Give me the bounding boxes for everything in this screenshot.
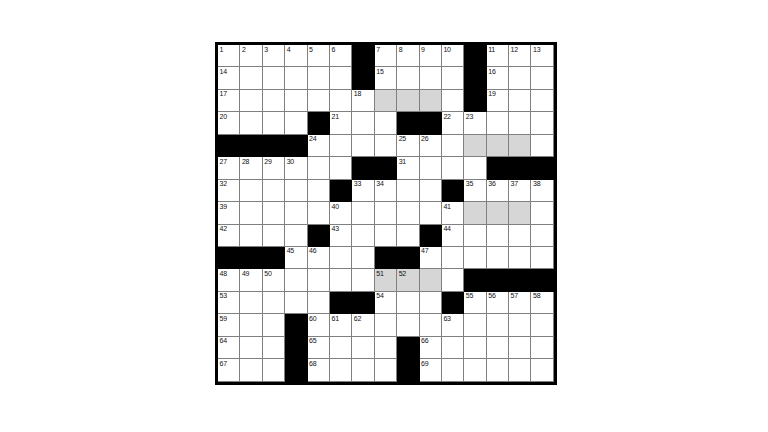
cell-r14c7[interactable] bbox=[352, 337, 374, 359]
cell-r9c12[interactable] bbox=[464, 225, 486, 247]
cell-r8c8[interactable] bbox=[375, 202, 397, 224]
cell-r13c3[interactable] bbox=[263, 314, 285, 336]
clue-number-51: 51 bbox=[376, 270, 383, 278]
cell-r7c5[interactable] bbox=[308, 180, 330, 202]
cell-r9c11[interactable]: 44 bbox=[442, 225, 464, 247]
cell-r13c5[interactable]: 60 bbox=[308, 314, 330, 336]
cell-r3c4[interactable] bbox=[285, 90, 307, 112]
block-r9c5 bbox=[308, 225, 330, 247]
clue-number-55: 55 bbox=[466, 292, 473, 300]
cell-r14c13[interactable] bbox=[487, 337, 509, 359]
cell-r8c1[interactable]: 39 bbox=[218, 202, 240, 224]
block-r6c14 bbox=[509, 157, 531, 179]
cell-r7c4[interactable] bbox=[285, 180, 307, 202]
cell-r7c9[interactable] bbox=[397, 180, 419, 202]
cell-r4c4[interactable] bbox=[285, 112, 307, 134]
cell-r12c12[interactable]: 55 bbox=[464, 292, 486, 314]
block-r10c9 bbox=[397, 247, 419, 269]
cell-r2c9[interactable] bbox=[397, 67, 419, 89]
cell-r12c13[interactable]: 56 bbox=[487, 292, 509, 314]
cell-r11c5[interactable] bbox=[308, 269, 330, 291]
clue-number-60: 60 bbox=[309, 315, 316, 323]
clue-number-54: 54 bbox=[376, 292, 383, 300]
clue-number-59: 59 bbox=[220, 315, 227, 323]
clue-number-56: 56 bbox=[488, 292, 495, 300]
cell-r4c12[interactable]: 23 bbox=[464, 112, 486, 134]
cell-r15c7[interactable] bbox=[352, 359, 374, 381]
cell-r14c3[interactable] bbox=[263, 337, 285, 359]
cell-r3c13[interactable]: 19 bbox=[487, 90, 509, 112]
clue-number-29: 29 bbox=[264, 158, 271, 166]
clue-number-69: 69 bbox=[421, 360, 428, 368]
cell-r10c13[interactable] bbox=[487, 247, 509, 269]
cell-r1c3[interactable]: 3 bbox=[263, 45, 285, 67]
block-r14c4 bbox=[285, 337, 307, 359]
block-r4c10 bbox=[420, 112, 442, 134]
clue-number-46: 46 bbox=[309, 247, 316, 255]
clue-number-41: 41 bbox=[443, 203, 450, 211]
clue-number-65: 65 bbox=[309, 337, 316, 345]
cell-r8c12[interactable] bbox=[464, 202, 486, 224]
clue-number-48: 48 bbox=[220, 270, 227, 278]
cell-r8c15[interactable] bbox=[531, 202, 553, 224]
cell-r13c15[interactable] bbox=[531, 314, 553, 336]
cell-r9c8[interactable] bbox=[375, 225, 397, 247]
clue-number-45: 45 bbox=[287, 247, 294, 255]
cell-r7c10[interactable] bbox=[420, 180, 442, 202]
clue-number-18: 18 bbox=[354, 90, 361, 98]
clue-number-62: 62 bbox=[354, 315, 361, 323]
clue-number-28: 28 bbox=[242, 158, 249, 166]
cell-r11c8[interactable]: 51 bbox=[375, 269, 397, 291]
cell-r9c15[interactable] bbox=[531, 225, 553, 247]
cell-r5c13[interactable] bbox=[487, 135, 509, 157]
cell-r7c3[interactable] bbox=[263, 180, 285, 202]
cell-r2c5[interactable] bbox=[308, 67, 330, 89]
clue-number-3: 3 bbox=[264, 46, 268, 54]
clue-number-22: 22 bbox=[443, 113, 450, 121]
cell-r3c9[interactable] bbox=[397, 90, 419, 112]
cell-r12c4[interactable] bbox=[285, 292, 307, 314]
clue-number-16: 16 bbox=[488, 68, 495, 76]
clue-number-23: 23 bbox=[466, 113, 473, 121]
cell-r4c14[interactable] bbox=[509, 112, 531, 134]
cell-r13c8[interactable] bbox=[375, 314, 397, 336]
clue-number-49: 49 bbox=[242, 270, 249, 278]
cell-r13c9[interactable] bbox=[397, 314, 419, 336]
cell-r9c6[interactable]: 43 bbox=[330, 225, 352, 247]
cell-r1c14[interactable]: 12 bbox=[509, 45, 531, 67]
cell-r9c13[interactable] bbox=[487, 225, 509, 247]
cell-r12c3[interactable] bbox=[263, 292, 285, 314]
clue-number-53: 53 bbox=[220, 292, 227, 300]
cell-r11c10[interactable] bbox=[420, 269, 442, 291]
cell-r4c7[interactable] bbox=[352, 112, 374, 134]
block-r6c8 bbox=[375, 157, 397, 179]
cell-r6c11[interactable] bbox=[442, 157, 464, 179]
cell-r15c5[interactable]: 68 bbox=[308, 359, 330, 381]
cell-r5c12[interactable] bbox=[464, 135, 486, 157]
cell-r2c3[interactable] bbox=[263, 67, 285, 89]
cell-r6c5[interactable] bbox=[308, 157, 330, 179]
page: 1234567891011121314151617181920212223242… bbox=[0, 0, 768, 432]
clue-number-26: 26 bbox=[421, 135, 428, 143]
clue-number-34: 34 bbox=[376, 180, 383, 188]
block-r5c3 bbox=[263, 135, 285, 157]
cell-r3c14[interactable] bbox=[509, 90, 531, 112]
cell-r8c10[interactable] bbox=[420, 202, 442, 224]
clue-number-40: 40 bbox=[331, 203, 338, 211]
cell-r14c10[interactable]: 66 bbox=[420, 337, 442, 359]
cell-r11c3[interactable]: 50 bbox=[263, 269, 285, 291]
clue-number-8: 8 bbox=[399, 46, 403, 54]
cell-r15c15[interactable] bbox=[531, 359, 553, 381]
cell-r2c2[interactable] bbox=[240, 67, 262, 89]
block-r11c13 bbox=[487, 269, 509, 291]
clue-number-52: 52 bbox=[399, 270, 406, 278]
cell-r6c1[interactable]: 27 bbox=[218, 157, 240, 179]
cell-r3c3[interactable] bbox=[263, 90, 285, 112]
clue-number-32: 32 bbox=[220, 180, 227, 188]
cell-r10c10[interactable]: 47 bbox=[420, 247, 442, 269]
block-r10c8 bbox=[375, 247, 397, 269]
clue-number-20: 20 bbox=[220, 113, 227, 121]
cell-r7c7[interactable]: 33 bbox=[352, 180, 374, 202]
crossword-grid: 1234567891011121314151617181920212223242… bbox=[215, 42, 557, 385]
cell-r11c6[interactable] bbox=[330, 269, 352, 291]
cell-r8c11[interactable]: 41 bbox=[442, 202, 464, 224]
cell-r7c2[interactable] bbox=[240, 180, 262, 202]
clue-number-14: 14 bbox=[220, 68, 227, 76]
clue-number-27: 27 bbox=[220, 158, 227, 166]
cell-r8c4[interactable] bbox=[285, 202, 307, 224]
cell-r2c14[interactable] bbox=[509, 67, 531, 89]
clue-number-31: 31 bbox=[399, 158, 406, 166]
block-r6c7 bbox=[352, 157, 374, 179]
block-r1c7 bbox=[352, 45, 374, 67]
block-r12c11 bbox=[442, 292, 464, 314]
cell-r14c15[interactable] bbox=[531, 337, 553, 359]
cell-r4c1[interactable]: 20 bbox=[218, 112, 240, 134]
cell-r2c1[interactable]: 14 bbox=[218, 67, 240, 89]
block-r12c6 bbox=[330, 292, 352, 314]
cell-r11c1[interactable]: 48 bbox=[218, 269, 240, 291]
cell-r14c6[interactable] bbox=[330, 337, 352, 359]
cell-r3c1[interactable]: 17 bbox=[218, 90, 240, 112]
cell-r5c11[interactable] bbox=[442, 135, 464, 157]
cell-r10c4[interactable]: 45 bbox=[285, 247, 307, 269]
cell-r4c6[interactable]: 21 bbox=[330, 112, 352, 134]
block-r15c4 bbox=[285, 359, 307, 381]
clue-number-10: 10 bbox=[443, 46, 450, 54]
cell-r8c7[interactable] bbox=[352, 202, 374, 224]
cell-r14c11[interactable] bbox=[442, 337, 464, 359]
clue-number-35: 35 bbox=[466, 180, 473, 188]
cell-r13c1[interactable]: 59 bbox=[218, 314, 240, 336]
clue-number-43: 43 bbox=[331, 225, 338, 233]
cell-r9c7[interactable] bbox=[352, 225, 374, 247]
clue-number-30: 30 bbox=[287, 158, 294, 166]
cell-r3c8[interactable] bbox=[375, 90, 397, 112]
cell-r6c10[interactable] bbox=[420, 157, 442, 179]
cell-r14c1[interactable]: 64 bbox=[218, 337, 240, 359]
cell-r11c4[interactable] bbox=[285, 269, 307, 291]
cell-r14c12[interactable] bbox=[464, 337, 486, 359]
cell-r10c5[interactable]: 46 bbox=[308, 247, 330, 269]
cell-r10c15[interactable] bbox=[531, 247, 553, 269]
clue-number-25: 25 bbox=[399, 135, 406, 143]
cell-r10c12[interactable] bbox=[464, 247, 486, 269]
clue-number-21: 21 bbox=[331, 113, 338, 121]
cell-r7c15[interactable]: 38 bbox=[531, 180, 553, 202]
cell-r12c2[interactable] bbox=[240, 292, 262, 314]
clue-number-47: 47 bbox=[421, 247, 428, 255]
cell-r5c6[interactable] bbox=[330, 135, 352, 157]
cell-r14c14[interactable] bbox=[509, 337, 531, 359]
block-r15c9 bbox=[397, 359, 419, 381]
cell-r8c9[interactable] bbox=[397, 202, 419, 224]
cell-r8c13[interactable] bbox=[487, 202, 509, 224]
cell-r7c12[interactable]: 35 bbox=[464, 180, 486, 202]
cell-r10c6[interactable] bbox=[330, 247, 352, 269]
cell-r13c2[interactable] bbox=[240, 314, 262, 336]
block-r3c12 bbox=[464, 90, 486, 112]
clue-number-4: 4 bbox=[287, 46, 291, 54]
cell-r6c4[interactable]: 30 bbox=[285, 157, 307, 179]
cell-r5c8[interactable] bbox=[375, 135, 397, 157]
cell-r13c13[interactable] bbox=[487, 314, 509, 336]
clue-number-44: 44 bbox=[443, 225, 450, 233]
block-r11c12 bbox=[464, 269, 486, 291]
cell-r14c5[interactable]: 65 bbox=[308, 337, 330, 359]
cell-r7c13[interactable]: 36 bbox=[487, 180, 509, 202]
cell-r11c2[interactable]: 49 bbox=[240, 269, 262, 291]
cell-r4c11[interactable]: 22 bbox=[442, 112, 464, 134]
cell-r15c2[interactable] bbox=[240, 359, 262, 381]
clue-number-64: 64 bbox=[220, 337, 227, 345]
cell-r5c14[interactable] bbox=[509, 135, 531, 157]
clue-number-50: 50 bbox=[264, 270, 271, 278]
clue-number-57: 57 bbox=[511, 292, 518, 300]
cell-r9c14[interactable] bbox=[509, 225, 531, 247]
cell-r1c6[interactable]: 6 bbox=[330, 45, 352, 67]
clue-number-36: 36 bbox=[488, 180, 495, 188]
cell-r6c12[interactable] bbox=[464, 157, 486, 179]
cell-r3c2[interactable] bbox=[240, 90, 262, 112]
cell-r15c12[interactable] bbox=[464, 359, 486, 381]
block-r6c13 bbox=[487, 157, 509, 179]
clue-number-66: 66 bbox=[421, 337, 428, 345]
block-r11c15 bbox=[531, 269, 553, 291]
cell-r6c2[interactable]: 28 bbox=[240, 157, 262, 179]
block-r5c4 bbox=[285, 135, 307, 157]
block-r2c7 bbox=[352, 67, 374, 89]
block-r13c4 bbox=[285, 314, 307, 336]
cell-r6c3[interactable]: 29 bbox=[263, 157, 285, 179]
block-r10c2 bbox=[240, 247, 262, 269]
block-r14c9 bbox=[397, 337, 419, 359]
cell-r13c10[interactable] bbox=[420, 314, 442, 336]
clue-number-6: 6 bbox=[331, 46, 335, 54]
cell-r15c14[interactable] bbox=[509, 359, 531, 381]
block-r6c15 bbox=[531, 157, 553, 179]
cell-r5c15[interactable] bbox=[531, 135, 553, 157]
cell-r2c11[interactable] bbox=[442, 67, 464, 89]
block-r11c14 bbox=[509, 269, 531, 291]
cell-r2c15[interactable] bbox=[531, 67, 553, 89]
clue-number-2: 2 bbox=[242, 46, 246, 54]
block-r1c12 bbox=[464, 45, 486, 67]
clue-number-12: 12 bbox=[511, 46, 518, 54]
cell-r6c6[interactable] bbox=[330, 157, 352, 179]
cell-r3c10[interactable] bbox=[420, 90, 442, 112]
cell-r1c4[interactable]: 4 bbox=[285, 45, 307, 67]
clue-number-39: 39 bbox=[220, 203, 227, 211]
clue-number-38: 38 bbox=[533, 180, 540, 188]
cell-r13c14[interactable] bbox=[509, 314, 531, 336]
cell-r11c9[interactable]: 52 bbox=[397, 269, 419, 291]
block-r7c6 bbox=[330, 180, 352, 202]
cell-r5c10[interactable]: 26 bbox=[420, 135, 442, 157]
cell-r8c3[interactable] bbox=[263, 202, 285, 224]
cell-r4c15[interactable] bbox=[531, 112, 553, 134]
cell-r2c13[interactable]: 16 bbox=[487, 67, 509, 89]
cell-r1c8[interactable]: 7 bbox=[375, 45, 397, 67]
block-r4c9 bbox=[397, 112, 419, 134]
clue-number-11: 11 bbox=[488, 46, 495, 54]
cell-r6c9[interactable]: 31 bbox=[397, 157, 419, 179]
cell-r15c10[interactable]: 69 bbox=[420, 359, 442, 381]
cell-r15c13[interactable] bbox=[487, 359, 509, 381]
cell-r7c1[interactable]: 32 bbox=[218, 180, 240, 202]
block-r5c2 bbox=[240, 135, 262, 157]
cell-r14c8[interactable] bbox=[375, 337, 397, 359]
cell-r13c6[interactable]: 61 bbox=[330, 314, 352, 336]
cell-r3c6[interactable] bbox=[330, 90, 352, 112]
cell-r4c8[interactable] bbox=[375, 112, 397, 134]
clue-number-42: 42 bbox=[220, 225, 227, 233]
cell-r2c8[interactable]: 15 bbox=[375, 67, 397, 89]
cell-r15c11[interactable] bbox=[442, 359, 464, 381]
block-r4c5 bbox=[308, 112, 330, 134]
cell-r5c5[interactable]: 24 bbox=[308, 135, 330, 157]
cell-r8c5[interactable] bbox=[308, 202, 330, 224]
cell-r7c8[interactable]: 34 bbox=[375, 180, 397, 202]
cell-r10c14[interactable] bbox=[509, 247, 531, 269]
block-r5c1 bbox=[218, 135, 240, 157]
cell-r11c7[interactable] bbox=[352, 269, 374, 291]
cell-r3c5[interactable] bbox=[308, 90, 330, 112]
clue-number-63: 63 bbox=[443, 315, 450, 323]
clue-number-37: 37 bbox=[511, 180, 518, 188]
cell-r2c4[interactable] bbox=[285, 67, 307, 89]
clue-number-58: 58 bbox=[533, 292, 540, 300]
cell-r9c1[interactable]: 42 bbox=[218, 225, 240, 247]
block-r10c3 bbox=[263, 247, 285, 269]
cell-r3c15[interactable] bbox=[531, 90, 553, 112]
clue-number-5: 5 bbox=[309, 46, 313, 54]
clue-number-33: 33 bbox=[354, 180, 361, 188]
cell-r1c10[interactable]: 9 bbox=[420, 45, 442, 67]
clue-number-24: 24 bbox=[309, 135, 316, 143]
cell-r12c15[interactable]: 58 bbox=[531, 292, 553, 314]
cell-r1c13[interactable]: 11 bbox=[487, 45, 509, 67]
cell-r5c7[interactable] bbox=[352, 135, 374, 157]
cell-r8c2[interactable] bbox=[240, 202, 262, 224]
cell-r8c14[interactable] bbox=[509, 202, 531, 224]
cell-r3c11[interactable] bbox=[442, 90, 464, 112]
clue-number-1: 1 bbox=[220, 46, 224, 54]
block-r12c7 bbox=[352, 292, 374, 314]
cell-r9c3[interactable] bbox=[263, 225, 285, 247]
cell-r12c9[interactable] bbox=[397, 292, 419, 314]
cell-r9c4[interactable] bbox=[285, 225, 307, 247]
cell-r15c8[interactable] bbox=[375, 359, 397, 381]
clue-number-13: 13 bbox=[533, 46, 540, 54]
clue-number-19: 19 bbox=[488, 90, 495, 98]
clue-number-17: 17 bbox=[220, 90, 227, 98]
cell-r3c7[interactable]: 18 bbox=[352, 90, 374, 112]
cell-r9c2[interactable] bbox=[240, 225, 262, 247]
cell-r14c2[interactable] bbox=[240, 337, 262, 359]
cell-r12c10[interactable] bbox=[420, 292, 442, 314]
cell-r1c9[interactable]: 8 bbox=[397, 45, 419, 67]
cell-r13c7[interactable]: 62 bbox=[352, 314, 374, 336]
cell-r12c5[interactable] bbox=[308, 292, 330, 314]
cell-r2c6[interactable] bbox=[330, 67, 352, 89]
cell-r1c1[interactable]: 1 bbox=[218, 45, 240, 67]
cell-r10c11[interactable] bbox=[442, 247, 464, 269]
cell-r7c14[interactable]: 37 bbox=[509, 180, 531, 202]
cell-r4c2[interactable] bbox=[240, 112, 262, 134]
cell-r1c15[interactable]: 13 bbox=[531, 45, 553, 67]
block-r10c1 bbox=[218, 247, 240, 269]
cell-r4c3[interactable] bbox=[263, 112, 285, 134]
clue-number-68: 68 bbox=[309, 360, 316, 368]
cell-r4c13[interactable] bbox=[487, 112, 509, 134]
cell-r9c9[interactable] bbox=[397, 225, 419, 247]
cell-r15c1[interactable]: 67 bbox=[218, 359, 240, 381]
cell-r12c1[interactable]: 53 bbox=[218, 292, 240, 314]
clue-number-7: 7 bbox=[376, 46, 380, 54]
clue-number-61: 61 bbox=[331, 315, 338, 323]
clue-number-9: 9 bbox=[421, 46, 425, 54]
block-r2c12 bbox=[464, 67, 486, 89]
cell-r11c11[interactable] bbox=[442, 269, 464, 291]
cell-r13c12[interactable] bbox=[464, 314, 486, 336]
cell-r5c9[interactable]: 25 bbox=[397, 135, 419, 157]
cell-r15c3[interactable] bbox=[263, 359, 285, 381]
cell-r12c8[interactable]: 54 bbox=[375, 292, 397, 314]
cell-r8c6[interactable]: 40 bbox=[330, 202, 352, 224]
cell-r1c5[interactable]: 5 bbox=[308, 45, 330, 67]
cell-r10c7[interactable] bbox=[352, 247, 374, 269]
clue-number-67: 67 bbox=[220, 360, 227, 368]
cell-r1c11[interactable]: 10 bbox=[442, 45, 464, 67]
clue-number-15: 15 bbox=[376, 68, 383, 76]
cell-r12c14[interactable]: 57 bbox=[509, 292, 531, 314]
block-r9c10 bbox=[420, 225, 442, 247]
cell-r2c10[interactable] bbox=[420, 67, 442, 89]
cell-r13c11[interactable]: 63 bbox=[442, 314, 464, 336]
cell-r1c2[interactable]: 2 bbox=[240, 45, 262, 67]
cell-r15c6[interactable] bbox=[330, 359, 352, 381]
block-r7c11 bbox=[442, 180, 464, 202]
